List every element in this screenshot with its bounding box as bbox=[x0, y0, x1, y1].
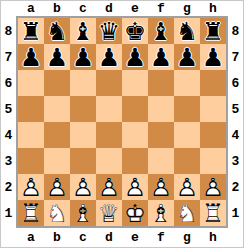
square-c6[interactable] bbox=[70, 70, 96, 96]
file-label-e: e bbox=[122, 228, 148, 247]
square-a4[interactable] bbox=[18, 122, 44, 148]
square-c5[interactable] bbox=[70, 96, 96, 122]
piece-glyph: ♙ bbox=[70, 174, 96, 200]
rank-labels-right: 87654321 bbox=[228, 18, 243, 226]
rank-labels-left: 87654321 bbox=[1, 18, 16, 226]
file-label-d: d bbox=[96, 228, 122, 247]
rank-label-4: 4 bbox=[1, 122, 16, 148]
square-f8[interactable]: ♝ bbox=[148, 18, 174, 44]
piece-glyph: ♘ bbox=[174, 200, 200, 226]
file-label-c: c bbox=[70, 1, 96, 16]
piece-glyph: ♟ bbox=[122, 44, 148, 70]
square-b8[interactable]: ♞ bbox=[44, 18, 70, 44]
rank-label-7: 7 bbox=[228, 44, 243, 70]
piece-white-rook-h1: ♜♖ bbox=[200, 200, 226, 226]
rank-label-2: 2 bbox=[1, 174, 16, 200]
square-a1[interactable]: ♜♖ bbox=[18, 200, 44, 226]
piece-black-queen-d8: ♛ bbox=[96, 18, 122, 44]
piece-glyph: ♟ bbox=[96, 44, 122, 70]
square-b6[interactable] bbox=[44, 70, 70, 96]
square-d8[interactable]: ♛ bbox=[96, 18, 122, 44]
piece-glyph: ♚ bbox=[122, 18, 148, 44]
piece-glyph: ♙ bbox=[44, 174, 70, 200]
piece-white-pawn-c2: ♟♙ bbox=[70, 174, 96, 200]
square-e6[interactable] bbox=[122, 70, 148, 96]
square-e4[interactable] bbox=[122, 122, 148, 148]
square-d2[interactable]: ♟♙ bbox=[96, 174, 122, 200]
rank-label-5: 5 bbox=[1, 96, 16, 122]
square-a2[interactable]: ♟♙ bbox=[18, 174, 44, 200]
piece-white-pawn-f2: ♟♙ bbox=[148, 174, 174, 200]
piece-glyph: ♗ bbox=[70, 200, 96, 226]
square-c7[interactable]: ♟ bbox=[70, 44, 96, 70]
piece-glyph: ♜ bbox=[18, 18, 44, 44]
piece-glyph: ♟ bbox=[174, 44, 200, 70]
square-h3[interactable] bbox=[200, 148, 226, 174]
square-h1[interactable]: ♜♖ bbox=[200, 200, 226, 226]
square-c4[interactable] bbox=[70, 122, 96, 148]
square-f7[interactable]: ♟ bbox=[148, 44, 174, 70]
square-a7[interactable]: ♟ bbox=[18, 44, 44, 70]
piece-white-rook-a1: ♜♖ bbox=[18, 200, 44, 226]
chess-board: ♜♞♝♛♚♝♞♜♟♟♟♟♟♟♟♟♟♙♟♙♟♙♟♙♟♙♟♙♟♙♟♙♜♖♞♘♝♗♛♕… bbox=[16, 16, 228, 228]
square-f5[interactable] bbox=[148, 96, 174, 122]
file-labels-top: abcdefgh bbox=[18, 1, 226, 16]
square-e2[interactable]: ♟♙ bbox=[122, 174, 148, 200]
piece-black-king-e8: ♚ bbox=[122, 18, 148, 44]
piece-white-king-e1: ♚♔ bbox=[122, 200, 148, 226]
piece-black-pawn-d7: ♟ bbox=[96, 44, 122, 70]
rank-label-8: 8 bbox=[1, 18, 16, 44]
square-d1[interactable]: ♛♕ bbox=[96, 200, 122, 226]
square-h5[interactable] bbox=[200, 96, 226, 122]
square-c1[interactable]: ♝♗ bbox=[70, 200, 96, 226]
square-a8[interactable]: ♜ bbox=[18, 18, 44, 44]
file-label-e: e bbox=[122, 1, 148, 16]
square-b3[interactable] bbox=[44, 148, 70, 174]
square-f2[interactable]: ♟♙ bbox=[148, 174, 174, 200]
rank-label-3: 3 bbox=[228, 148, 243, 174]
square-c3[interactable] bbox=[70, 148, 96, 174]
rank-label-1: 1 bbox=[228, 200, 243, 226]
square-h7[interactable]: ♟ bbox=[200, 44, 226, 70]
piece-white-knight-b1: ♞♘ bbox=[44, 200, 70, 226]
piece-glyph: ♔ bbox=[122, 200, 148, 226]
square-f4[interactable] bbox=[148, 122, 174, 148]
square-d6[interactable] bbox=[96, 70, 122, 96]
piece-glyph: ♙ bbox=[122, 174, 148, 200]
piece-glyph: ♙ bbox=[174, 174, 200, 200]
piece-black-pawn-h7: ♟ bbox=[200, 44, 226, 70]
square-d5[interactable] bbox=[96, 96, 122, 122]
piece-glyph: ♗ bbox=[148, 200, 174, 226]
file-label-a: a bbox=[18, 1, 44, 16]
piece-glyph: ♞ bbox=[174, 18, 200, 44]
piece-glyph: ♙ bbox=[18, 174, 44, 200]
square-d7[interactable]: ♟ bbox=[96, 44, 122, 70]
piece-black-rook-a8: ♜ bbox=[18, 18, 44, 44]
piece-black-pawn-f7: ♟ bbox=[148, 44, 174, 70]
square-h6[interactable] bbox=[200, 70, 226, 96]
square-g3[interactable] bbox=[174, 148, 200, 174]
piece-glyph: ♝ bbox=[70, 18, 96, 44]
square-f1[interactable]: ♝♗ bbox=[148, 200, 174, 226]
square-e8[interactable]: ♚ bbox=[122, 18, 148, 44]
square-g4[interactable] bbox=[174, 122, 200, 148]
square-g2[interactable]: ♟♙ bbox=[174, 174, 200, 200]
piece-white-bishop-f1: ♝♗ bbox=[148, 200, 174, 226]
piece-white-knight-g1: ♞♘ bbox=[174, 200, 200, 226]
square-b7[interactable]: ♟ bbox=[44, 44, 70, 70]
piece-glyph: ♙ bbox=[96, 174, 122, 200]
square-d4[interactable] bbox=[96, 122, 122, 148]
square-g1[interactable]: ♞♘ bbox=[174, 200, 200, 226]
piece-white-pawn-h2: ♟♙ bbox=[200, 174, 226, 200]
file-label-f: f bbox=[148, 1, 174, 16]
rank-label-7: 7 bbox=[1, 44, 16, 70]
square-g6[interactable] bbox=[174, 70, 200, 96]
piece-glyph: ♖ bbox=[200, 200, 226, 226]
piece-glyph: ♕ bbox=[96, 200, 122, 226]
piece-glyph: ♟ bbox=[70, 44, 96, 70]
piece-white-pawn-g2: ♟♙ bbox=[174, 174, 200, 200]
square-c2[interactable]: ♟♙ bbox=[70, 174, 96, 200]
piece-glyph: ♛ bbox=[96, 18, 122, 44]
piece-glyph: ♝ bbox=[148, 18, 174, 44]
square-b5[interactable] bbox=[44, 96, 70, 122]
piece-black-rook-h8: ♜ bbox=[200, 18, 226, 44]
piece-glyph: ♟ bbox=[148, 44, 174, 70]
square-c8[interactable]: ♝ bbox=[70, 18, 96, 44]
rank-label-8: 8 bbox=[228, 18, 243, 44]
square-e7[interactable]: ♟ bbox=[122, 44, 148, 70]
piece-white-bishop-c1: ♝♗ bbox=[70, 200, 96, 226]
square-e1[interactable]: ♚♔ bbox=[122, 200, 148, 226]
square-f6[interactable] bbox=[148, 70, 174, 96]
square-b1[interactable]: ♞♘ bbox=[44, 200, 70, 226]
square-a3[interactable] bbox=[18, 148, 44, 174]
square-e5[interactable] bbox=[122, 96, 148, 122]
square-b2[interactable]: ♟♙ bbox=[44, 174, 70, 200]
square-h2[interactable]: ♟♙ bbox=[200, 174, 226, 200]
rank-label-2: 2 bbox=[228, 174, 243, 200]
piece-black-knight-b8: ♞ bbox=[44, 18, 70, 44]
square-g5[interactable] bbox=[174, 96, 200, 122]
file-label-b: b bbox=[44, 228, 70, 247]
piece-white-pawn-d2: ♟♙ bbox=[96, 174, 122, 200]
file-label-a: a bbox=[18, 228, 44, 247]
square-d3[interactable] bbox=[96, 148, 122, 174]
piece-black-pawn-c7: ♟ bbox=[70, 44, 96, 70]
piece-glyph: ♙ bbox=[148, 174, 174, 200]
rank-label-5: 5 bbox=[228, 96, 243, 122]
piece-glyph: ♙ bbox=[200, 174, 226, 200]
piece-white-pawn-a2: ♟♙ bbox=[18, 174, 44, 200]
square-e3[interactable] bbox=[122, 148, 148, 174]
piece-black-bishop-f8: ♝ bbox=[148, 18, 174, 44]
file-label-g: g bbox=[174, 1, 200, 16]
piece-black-pawn-a7: ♟ bbox=[18, 44, 44, 70]
piece-glyph: ♟ bbox=[18, 44, 44, 70]
piece-glyph: ♖ bbox=[18, 200, 44, 226]
file-label-g: g bbox=[174, 228, 200, 247]
file-label-f: f bbox=[148, 228, 174, 247]
file-label-d: d bbox=[96, 1, 122, 16]
file-label-h: h bbox=[200, 1, 226, 16]
piece-glyph: ♘ bbox=[44, 200, 70, 226]
piece-black-pawn-e7: ♟ bbox=[122, 44, 148, 70]
file-labels-bottom: abcdefgh bbox=[18, 228, 226, 247]
piece-glyph: ♜ bbox=[200, 18, 226, 44]
file-label-c: c bbox=[70, 228, 96, 247]
piece-glyph: ♟ bbox=[200, 44, 226, 70]
piece-white-pawn-e2: ♟♙ bbox=[122, 174, 148, 200]
piece-glyph: ♞ bbox=[44, 18, 70, 44]
square-f3[interactable] bbox=[148, 148, 174, 174]
piece-black-pawn-b7: ♟ bbox=[44, 44, 70, 70]
rank-label-1: 1 bbox=[1, 200, 16, 226]
square-a6[interactable] bbox=[18, 70, 44, 96]
piece-glyph: ♟ bbox=[44, 44, 70, 70]
file-label-h: h bbox=[200, 228, 226, 247]
piece-black-knight-g8: ♞ bbox=[174, 18, 200, 44]
piece-black-bishop-c8: ♝ bbox=[70, 18, 96, 44]
chess-diagram: abcdefgh 87654321 ♜♞♝♛♚♝♞♜♟♟♟♟♟♟♟♟♟♙♟♙♟♙… bbox=[0, 0, 244, 248]
piece-white-pawn-b2: ♟♙ bbox=[44, 174, 70, 200]
square-b4[interactable] bbox=[44, 122, 70, 148]
square-h4[interactable] bbox=[200, 122, 226, 148]
square-a5[interactable] bbox=[18, 96, 44, 122]
rank-label-4: 4 bbox=[228, 122, 243, 148]
square-g8[interactable]: ♞ bbox=[174, 18, 200, 44]
rank-label-6: 6 bbox=[228, 70, 243, 96]
piece-black-pawn-g7: ♟ bbox=[174, 44, 200, 70]
piece-white-queen-d1: ♛♕ bbox=[96, 200, 122, 226]
square-g7[interactable]: ♟ bbox=[174, 44, 200, 70]
rank-label-3: 3 bbox=[1, 148, 16, 174]
square-h8[interactable]: ♜ bbox=[200, 18, 226, 44]
file-label-b: b bbox=[44, 1, 70, 16]
rank-label-6: 6 bbox=[1, 70, 16, 96]
